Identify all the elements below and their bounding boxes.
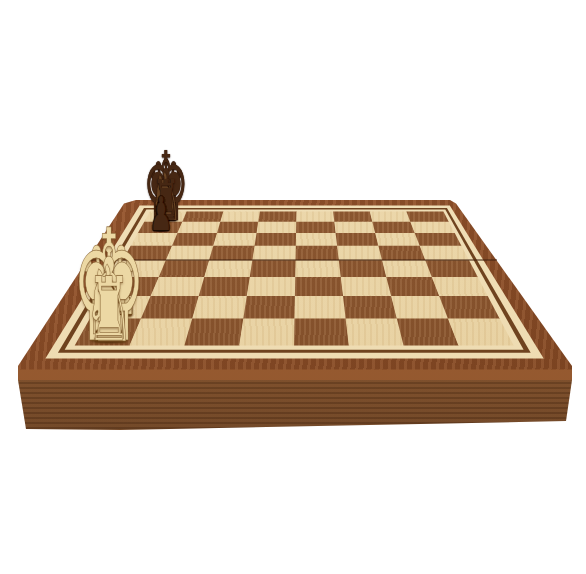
folding-chess-board-photo: ♜♞♝♛♚♝♞♜♟♟♟♟♟♟♟♟♟♟♟♟♟♟♟♟♜♞♝♛♚♝♞♜	[0, 0, 586, 574]
piece-black-pawn-a7[interactable]: ♟	[149, 192, 172, 239]
piece-white-rook-a1[interactable]: ♜	[87, 266, 131, 354]
hinge-seam	[91, 259, 497, 261]
